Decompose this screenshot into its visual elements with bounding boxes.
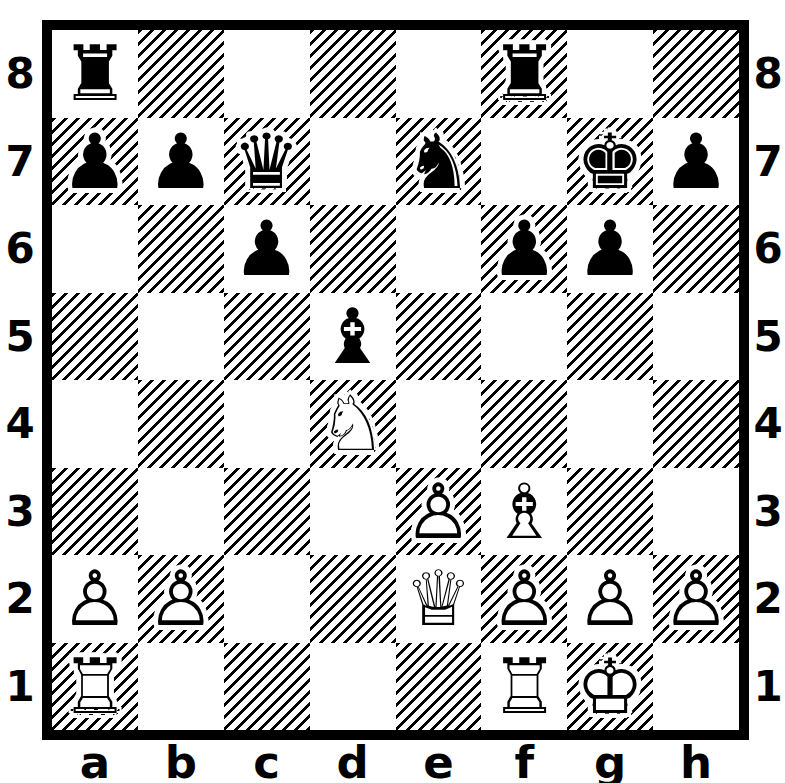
square-d6[interactable] — [310, 205, 396, 293]
piece-white-outline: ♙ — [576, 555, 644, 643]
square-d1[interactable] — [310, 643, 396, 731]
piece-white-pawn-f2[interactable]: ♟♙ — [481, 555, 567, 642]
square-a8[interactable]: ♜ — [52, 30, 138, 118]
square-h2[interactable]: ♟♙ — [653, 555, 739, 643]
square-f3[interactable]: ♝♗ — [481, 468, 567, 556]
square-c6[interactable]: ♟ — [224, 205, 310, 293]
piece-white-pawn-a2[interactable]: ♟♙ — [52, 555, 138, 642]
square-h7[interactable]: ♟ — [653, 118, 739, 206]
square-b1[interactable] — [138, 643, 224, 731]
square-c4[interactable] — [224, 380, 310, 468]
square-g1[interactable]: ♚♔ — [567, 643, 653, 731]
piece-white-outline: ♙ — [490, 555, 558, 643]
square-g2[interactable]: ♟♙ — [567, 555, 653, 643]
rank-label-left-3: 3 — [0, 468, 40, 556]
square-d4[interactable]: ♞♘ — [310, 380, 396, 468]
square-a5[interactable] — [52, 293, 138, 381]
square-d7[interactable] — [310, 118, 396, 206]
square-h6[interactable] — [653, 205, 739, 293]
square-c5[interactable] — [224, 293, 310, 381]
file-label-d: d — [310, 736, 396, 783]
square-b2[interactable]: ♟♙ — [138, 555, 224, 643]
file-label-a: a — [52, 736, 138, 783]
rank-label-right-8: 8 — [751, 30, 785, 118]
square-b8[interactable] — [138, 30, 224, 118]
square-e4[interactable] — [396, 380, 482, 468]
piece-black-rook-f8[interactable]: ♜ — [481, 30, 567, 117]
piece-black-pawn-a7[interactable]: ♟ — [52, 118, 138, 205]
square-d3[interactable] — [310, 468, 396, 556]
rank-label-left-2: 2 — [0, 555, 40, 643]
rank-label-left-4: 4 — [0, 380, 40, 468]
square-f5[interactable] — [481, 293, 567, 381]
square-a1[interactable]: ♜♖ — [52, 643, 138, 731]
square-c7[interactable]: ♛ — [224, 118, 310, 206]
piece-white-king-g1[interactable]: ♚♔ — [567, 643, 653, 730]
piece-black-pawn-c6[interactable]: ♟ — [224, 205, 310, 292]
piece-white-outline: ♖ — [490, 643, 558, 731]
square-b7[interactable]: ♟ — [138, 118, 224, 206]
rank-label-left-6: 6 — [0, 205, 40, 293]
piece-black-bishop-d5[interactable]: ♝ — [310, 293, 396, 380]
rank-label-right-4: 4 — [751, 380, 785, 468]
file-label-c: c — [224, 736, 310, 783]
piece-white-outline: ♘ — [318, 380, 386, 468]
square-e2[interactable]: ♛♕ — [396, 555, 482, 643]
piece-black-pawn-f6[interactable]: ♟ — [481, 205, 567, 292]
square-a2[interactable]: ♟♙ — [52, 555, 138, 643]
piece-white-bishop-f3[interactable]: ♝♗ — [481, 468, 567, 555]
rank-label-right-6: 6 — [751, 205, 785, 293]
piece-white-outline: ♙ — [147, 555, 215, 643]
piece-white-queen-e2[interactable]: ♛♕ — [396, 555, 482, 642]
rank-label-right-1: 1 — [751, 643, 785, 731]
square-h5[interactable] — [653, 293, 739, 381]
piece-black-king-g7[interactable]: ♚ — [567, 118, 653, 205]
chess-board: ♜♜♟♟♛♞♚♟♟♟♟♝♞♘♟♙♝♗♟♙♟♙♛♕♟♙♟♙♟♙♜♖♜♖♚♔ — [52, 30, 739, 730]
file-label-g: g — [567, 736, 653, 783]
square-g7[interactable]: ♚ — [567, 118, 653, 206]
file-label-h: h — [653, 736, 739, 783]
board-frame: ♜♜♟♟♛♞♚♟♟♟♟♝♞♘♟♙♝♗♟♙♟♙♛♕♟♙♟♙♟♙♜♖♜♖♚♔ — [42, 20, 749, 740]
square-g6[interactable]: ♟ — [567, 205, 653, 293]
square-h4[interactable] — [653, 380, 739, 468]
square-f8[interactable]: ♜ — [481, 30, 567, 118]
rank-labels-left: 87654321 — [0, 30, 40, 730]
square-h3[interactable] — [653, 468, 739, 556]
rank-label-right-5: 5 — [751, 293, 785, 381]
rank-label-right-2: 2 — [751, 555, 785, 643]
square-c3[interactable] — [224, 468, 310, 556]
piece-black-queen-c7[interactable]: ♛ — [224, 118, 310, 205]
rank-label-right-7: 7 — [751, 118, 785, 206]
chess-diagram: 87654321 ♜♜♟♟♛♞♚♟♟♟♟♝♞♘♟♙♝♗♟♙♟♙♛♕♟♙♟♙♟♙♜… — [0, 0, 785, 783]
rank-label-left-5: 5 — [0, 293, 40, 381]
piece-white-outline: ♖ — [61, 643, 129, 731]
file-label-e: e — [396, 736, 482, 783]
square-e5[interactable] — [396, 293, 482, 381]
square-c1[interactable] — [224, 643, 310, 731]
square-a7[interactable]: ♟ — [52, 118, 138, 206]
piece-white-pawn-h2[interactable]: ♟♙ — [653, 555, 739, 642]
square-a4[interactable] — [52, 380, 138, 468]
square-b4[interactable] — [138, 380, 224, 468]
piece-white-outline: ♗ — [490, 468, 558, 556]
square-b6[interactable] — [138, 205, 224, 293]
square-b5[interactable] — [138, 293, 224, 381]
square-a6[interactable] — [52, 205, 138, 293]
square-f2[interactable]: ♟♙ — [481, 555, 567, 643]
piece-white-pawn-g2[interactable]: ♟♙ — [567, 555, 653, 642]
rank-label-left-8: 8 — [0, 30, 40, 118]
square-g4[interactable] — [567, 380, 653, 468]
piece-white-outline: ♔ — [576, 643, 644, 731]
piece-white-pawn-e3[interactable]: ♟♙ — [396, 468, 482, 555]
square-h1[interactable] — [653, 643, 739, 731]
file-label-b: b — [138, 736, 224, 783]
rank-label-left-7: 7 — [0, 118, 40, 206]
file-labels: abcdefgh — [52, 736, 739, 783]
square-g8[interactable] — [567, 30, 653, 118]
rank-labels-right: 87654321 — [751, 30, 785, 730]
square-f6[interactable]: ♟ — [481, 205, 567, 293]
square-e1[interactable] — [396, 643, 482, 731]
piece-black-pawn-h7[interactable]: ♟ — [653, 118, 739, 205]
square-f4[interactable] — [481, 380, 567, 468]
piece-white-outline: ♙ — [61, 555, 129, 643]
file-label-f: f — [481, 736, 567, 783]
piece-white-outline: ♙ — [404, 468, 472, 556]
piece-black-pawn-b7[interactable]: ♟ — [138, 118, 224, 205]
square-f1[interactable]: ♜♖ — [481, 643, 567, 731]
square-f7[interactable] — [481, 118, 567, 206]
square-g5[interactable] — [567, 293, 653, 381]
piece-black-knight-e7[interactable]: ♞ — [396, 118, 482, 205]
rank-label-left-1: 1 — [0, 643, 40, 731]
square-e8[interactable] — [396, 30, 482, 118]
square-e6[interactable] — [396, 205, 482, 293]
piece-white-outline: ♕ — [404, 555, 472, 643]
piece-white-knight-d4[interactable]: ♞♘ — [310, 380, 396, 467]
square-d8[interactable] — [310, 30, 396, 118]
square-e3[interactable]: ♟♙ — [396, 468, 482, 556]
square-g3[interactable] — [567, 468, 653, 556]
square-d5[interactable]: ♝ — [310, 293, 396, 381]
piece-white-rook-a1[interactable]: ♜♖ — [52, 643, 138, 730]
piece-white-rook-f1[interactable]: ♜♖ — [481, 643, 567, 730]
square-c2[interactable] — [224, 555, 310, 643]
square-b3[interactable] — [138, 468, 224, 556]
square-d2[interactable] — [310, 555, 396, 643]
piece-white-pawn-b2[interactable]: ♟♙ — [138, 555, 224, 642]
piece-white-outline: ♙ — [662, 555, 730, 643]
piece-black-pawn-g6[interactable]: ♟ — [567, 205, 653, 292]
square-a3[interactable] — [52, 468, 138, 556]
square-h8[interactable] — [653, 30, 739, 118]
square-e7[interactable]: ♞ — [396, 118, 482, 206]
rank-label-right-3: 3 — [751, 468, 785, 556]
square-c8[interactable] — [224, 30, 310, 118]
piece-black-rook-a8[interactable]: ♜ — [52, 30, 138, 117]
